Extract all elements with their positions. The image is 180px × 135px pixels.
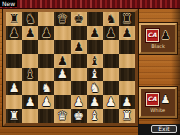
square-c6[interactable]: [38, 40, 54, 54]
square-f7[interactable]: ♟: [87, 26, 103, 40]
black-pawn-b7[interactable]: ♟: [25, 27, 36, 39]
square-e5[interactable]: [71, 54, 87, 68]
square-b3[interactable]: [22, 81, 38, 95]
square-c5[interactable]: [38, 54, 54, 68]
square-d6[interactable]: [54, 40, 70, 54]
black-pawn-g7[interactable]: ♟: [105, 27, 116, 39]
black-bishop-f5[interactable]: ♝: [89, 55, 100, 67]
black-pawn-a7[interactable]: ♟: [9, 27, 20, 39]
square-e1[interactable]: ♚: [71, 109, 87, 123]
square-f8[interactable]: [87, 12, 103, 26]
square-a7[interactable]: ♟: [6, 26, 22, 40]
square-c2[interactable]: ♟: [38, 95, 54, 109]
white-rook-a1[interactable]: ♜: [9, 110, 20, 122]
square-c7[interactable]: ♟: [38, 26, 54, 40]
square-e4[interactable]: [71, 68, 87, 82]
ca-logo-card: CA: [146, 93, 159, 106]
square-g7[interactable]: ♟: [103, 26, 119, 40]
player-panel-black: CA ♟ Black: [139, 23, 177, 54]
white-king-e1[interactable]: ♚: [73, 110, 84, 122]
square-h3[interactable]: [119, 81, 135, 95]
square-e8[interactable]: ♚: [71, 12, 87, 26]
white-pawn-h2[interactable]: ♟: [122, 96, 133, 108]
white-pawn-f2[interactable]: ♟: [89, 96, 100, 108]
black-bishop-b4[interactable]: ♝: [25, 68, 36, 80]
white-pawn-g2[interactable]: ♟: [105, 96, 116, 108]
square-g1[interactable]: [103, 109, 119, 123]
square-g5[interactable]: [103, 54, 119, 68]
square-e6[interactable]: ♟: [71, 40, 87, 54]
square-f3[interactable]: ♞: [87, 81, 103, 95]
ca-logo-card: CA: [146, 29, 159, 42]
square-e2[interactable]: ♟: [71, 95, 87, 109]
square-a4[interactable]: [6, 68, 22, 82]
square-c8[interactable]: [38, 12, 54, 26]
square-b7[interactable]: ♟: [22, 26, 38, 40]
square-h4[interactable]: [119, 68, 135, 82]
square-h7[interactable]: ♟: [119, 26, 135, 40]
square-g4[interactable]: [103, 68, 119, 82]
square-b6[interactable]: [22, 40, 38, 54]
square-d4[interactable]: ♟: [54, 68, 70, 82]
white-pawn-icon: ♟: [161, 94, 171, 105]
square-c4[interactable]: [38, 68, 54, 82]
square-a2[interactable]: [6, 95, 22, 109]
window-menu-tag[interactable]: New: [0, 0, 17, 7]
player-panel-white-row: CA ♟: [146, 93, 171, 106]
exit-button[interactable]: Exit: [151, 125, 177, 133]
square-c1[interactable]: [38, 109, 54, 123]
square-a5[interactable]: [6, 54, 22, 68]
white-bishop-f4[interactable]: ♝: [89, 68, 100, 80]
ca-logo-text: CA: [148, 32, 157, 38]
player-panel-black-row: CA ♟: [146, 29, 171, 42]
square-d7[interactable]: [54, 26, 70, 40]
square-d2[interactable]: [54, 95, 70, 109]
black-rook-h8[interactable]: ♜: [122, 13, 133, 25]
square-h5[interactable]: [119, 54, 135, 68]
black-pawn-f7[interactable]: ♟: [89, 27, 100, 39]
square-d5[interactable]: ♟: [54, 54, 70, 68]
square-f4[interactable]: ♝: [87, 68, 103, 82]
square-b4[interactable]: ♝: [22, 68, 38, 82]
square-f5[interactable]: ♝: [87, 54, 103, 68]
black-knight-g8[interactable]: ♞: [105, 13, 116, 25]
white-pawn-d4[interactable]: ♟: [57, 68, 68, 80]
white-pawn-e2[interactable]: ♟: [73, 96, 84, 108]
white-rook-h1[interactable]: ♜: [122, 110, 133, 122]
white-knight-c3[interactable]: ♞: [41, 82, 52, 94]
square-h1[interactable]: ♜: [119, 109, 135, 123]
exit-bar: Exit: [138, 124, 180, 135]
chess-board: ♜♞♛♚♞♜♟♟♟♟♟♟♟♟♝♝♟♝♟♞♞♟♟♟♟♟♟♜♛♚♝♜: [6, 12, 135, 123]
square-h8[interactable]: ♜: [119, 12, 135, 26]
square-f2[interactable]: ♟: [87, 95, 103, 109]
square-g3[interactable]: [103, 81, 119, 95]
square-f1[interactable]: ♝: [87, 109, 103, 123]
square-a3[interactable]: ♟: [6, 81, 22, 95]
square-h2[interactable]: ♟: [119, 95, 135, 109]
white-bishop-f1[interactable]: ♝: [89, 110, 100, 122]
square-d8[interactable]: ♛: [54, 12, 70, 26]
square-g8[interactable]: ♞: [103, 12, 119, 26]
ca-logo-text: CA: [148, 96, 157, 102]
ornamental-top-border: [0, 0, 180, 9]
square-b2[interactable]: ♟: [22, 95, 38, 109]
square-a6[interactable]: [6, 40, 22, 54]
square-e3[interactable]: [71, 81, 87, 95]
player-name-black: Black: [151, 43, 165, 48]
square-b1[interactable]: [22, 109, 38, 123]
player-name-white: White: [151, 107, 166, 112]
white-pawn-a3[interactable]: ♟: [9, 82, 20, 94]
black-pawn-icon: ♟: [161, 30, 171, 41]
square-g2[interactable]: ♟: [103, 95, 119, 109]
black-knight-b8[interactable]: ♞: [25, 13, 36, 25]
chess-board-frame: ♜♞♛♚♞♜♟♟♟♟♟♟♟♟♝♝♟♝♟♞♞♟♟♟♟♟♟♜♛♚♝♜: [3, 9, 138, 126]
app-window: New ♜♞♛♚♞♜♟♟♟♟♟♟♟♟♝♝♟♝♟♞♞♟♟♟♟♟♟♜♛♚♝♜ CA …: [0, 0, 180, 135]
square-a1[interactable]: ♜: [6, 109, 22, 123]
white-knight-f3[interactable]: ♞: [89, 82, 100, 94]
square-b8[interactable]: ♞: [22, 12, 38, 26]
square-b5[interactable]: [22, 54, 38, 68]
black-pawn-c7[interactable]: ♟: [41, 27, 52, 39]
square-f6[interactable]: [87, 40, 103, 54]
white-pawn-c2[interactable]: ♟: [41, 96, 52, 108]
square-h6[interactable]: [119, 40, 135, 54]
white-queen-d1[interactable]: ♛: [57, 110, 68, 122]
black-pawn-e6[interactable]: ♟: [73, 41, 84, 53]
square-c3[interactable]: ♞: [38, 81, 54, 95]
black-rook-a8[interactable]: ♜: [9, 13, 20, 25]
player-panel-white: CA ♟ White: [139, 87, 177, 118]
square-d3[interactable]: [54, 81, 70, 95]
white-pawn-b2[interactable]: ♟: [25, 96, 36, 108]
square-e7[interactable]: [71, 26, 87, 40]
square-g6[interactable]: [103, 40, 119, 54]
black-queen-d8[interactable]: ♛: [57, 13, 68, 25]
square-d1[interactable]: ♛: [54, 109, 70, 123]
black-pawn-h7[interactable]: ♟: [122, 27, 133, 39]
square-a8[interactable]: ♜: [6, 12, 22, 26]
black-king-e8[interactable]: ♚: [73, 13, 84, 25]
black-pawn-d5[interactable]: ♟: [57, 55, 68, 67]
